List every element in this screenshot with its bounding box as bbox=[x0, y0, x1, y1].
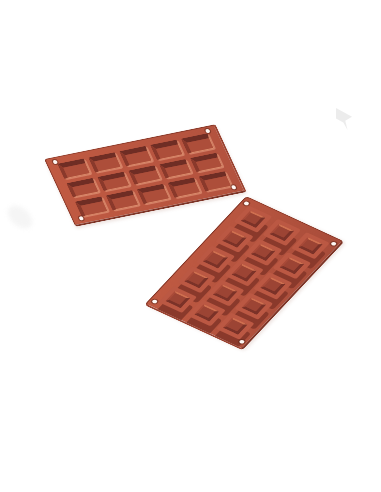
cavity-cell bbox=[190, 152, 224, 173]
cavity-cell bbox=[57, 158, 91, 179]
cavity-cell bbox=[88, 152, 122, 173]
cavity-cell bbox=[128, 165, 162, 186]
silicone-mold-bump-side bbox=[144, 196, 345, 351]
cavity-cell bbox=[97, 171, 131, 192]
corner-hole bbox=[330, 241, 337, 246]
cavity-cell bbox=[159, 158, 193, 179]
gray-arrow-smudge bbox=[336, 108, 352, 130]
bump-recess bbox=[222, 231, 247, 249]
cavity-cell bbox=[181, 133, 215, 154]
bump-recess bbox=[203, 251, 228, 269]
cavity-cell bbox=[66, 177, 100, 198]
bump-recess bbox=[165, 291, 190, 309]
bump-recess bbox=[279, 257, 304, 275]
bump-recess bbox=[194, 304, 219, 322]
cavity-cell bbox=[75, 196, 109, 217]
bump-recess bbox=[269, 224, 294, 242]
bump-recess bbox=[223, 317, 248, 335]
bump-recess bbox=[240, 210, 265, 228]
bump-recess bbox=[298, 237, 323, 255]
bump-recess bbox=[232, 264, 257, 282]
bump-recess bbox=[260, 277, 285, 295]
cavity-cell bbox=[150, 139, 184, 160]
cavity-cell bbox=[167, 178, 201, 199]
bump-recess bbox=[241, 297, 266, 315]
faint-smudge bbox=[3, 201, 36, 233]
cavity-cell bbox=[198, 171, 232, 192]
silicone-mold-cavity-side bbox=[44, 124, 247, 227]
corner-hole bbox=[151, 299, 158, 304]
bump-recess bbox=[213, 284, 238, 302]
cavity-cell bbox=[137, 184, 171, 205]
cavity-cell bbox=[106, 190, 140, 211]
cavity-cell bbox=[119, 146, 153, 167]
bump-recess bbox=[184, 271, 209, 289]
corner-hole bbox=[231, 185, 237, 190]
bump-cell bbox=[291, 232, 330, 259]
product-photo-scene bbox=[0, 0, 381, 492]
bump-recess bbox=[250, 244, 275, 262]
corner-hole bbox=[205, 129, 211, 134]
